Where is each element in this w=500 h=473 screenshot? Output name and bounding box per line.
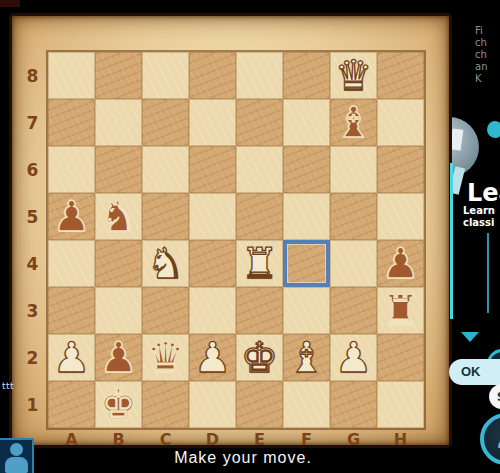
square-a4[interactable] (48, 240, 95, 287)
status-message: Make your move. (0, 449, 486, 467)
rank-label-7: 7 (19, 99, 46, 146)
file-label-A: A (48, 428, 95, 450)
square-g3[interactable] (330, 287, 377, 334)
square-g1[interactable] (330, 381, 377, 428)
chess-board: 87654321ABCDEFGH♛♝♟♞♞♜♟♜♟♟♛♟♚♝♟♚ (9, 13, 452, 448)
rank-label-6: 6 (19, 146, 46, 193)
file-label-D: D (189, 428, 236, 450)
square-e8[interactable] (236, 52, 283, 99)
file-label-B: B (95, 428, 142, 450)
square-b3[interactable] (95, 287, 142, 334)
square-a1[interactable] (48, 381, 95, 428)
file-label-C: C (142, 428, 189, 450)
info-line: ch (475, 37, 487, 49)
square-e5[interactable] (236, 193, 283, 240)
file-label-F: F (283, 428, 330, 450)
learn-subtext: Learn (463, 205, 495, 216)
square-d8[interactable] (189, 52, 236, 99)
square-g6[interactable] (330, 146, 377, 193)
square-h7[interactable] (377, 99, 424, 146)
white-king-e2[interactable]: ♚ (236, 334, 283, 381)
square-a7[interactable] (48, 99, 95, 146)
rank-label-1: 1 (19, 381, 46, 428)
square-d5[interactable] (189, 193, 236, 240)
white-knight-c4[interactable]: ♞ (142, 240, 189, 287)
white-pawn-a2[interactable]: ♟ (48, 334, 95, 381)
square-g5[interactable] (330, 193, 377, 240)
brown-rook-h3[interactable]: ♜ (377, 287, 424, 334)
rank-label-4: 4 (19, 240, 46, 287)
square-g4[interactable] (330, 240, 377, 287)
info-text-block: Fi ch ch an K (475, 25, 487, 85)
square-h2[interactable] (377, 334, 424, 381)
corner-label: ttt (2, 381, 14, 391)
learn-subtext: classi (463, 217, 494, 228)
square-c3[interactable] (142, 287, 189, 334)
square-b4[interactable] (95, 240, 142, 287)
brown-king-b1[interactable]: ♚ (95, 381, 142, 428)
square-h5[interactable] (377, 193, 424, 240)
brown-pawn-a5[interactable]: ♟ (48, 193, 95, 240)
square-f1[interactable] (283, 381, 330, 428)
cyan-divider-line (487, 233, 489, 313)
s-button[interactable]: S (489, 384, 500, 409)
square-c8[interactable] (142, 52, 189, 99)
square-c1[interactable] (142, 381, 189, 428)
info-line: ch (475, 49, 487, 61)
square-f5[interactable] (283, 193, 330, 240)
white-rook-e4[interactable]: ♜ (236, 240, 283, 287)
square-d7[interactable] (189, 99, 236, 146)
square-b6[interactable] (95, 146, 142, 193)
square-d1[interactable] (189, 381, 236, 428)
square-f6[interactable] (283, 146, 330, 193)
info-line: K (475, 73, 487, 85)
square-e1[interactable] (236, 381, 283, 428)
info-line: an (475, 61, 487, 73)
cyan-dot-icon (487, 121, 500, 138)
game-screen: Fi ch ch an K Lea Learn classi 87654321A… (0, 0, 500, 473)
square-c7[interactable] (142, 99, 189, 146)
ok-button[interactable]: OK (449, 359, 500, 385)
square-b7[interactable] (95, 99, 142, 146)
selected-square-highlight[interactable] (283, 240, 330, 287)
square-h8[interactable] (377, 52, 424, 99)
rank-label-5: 5 (19, 193, 46, 240)
square-e6[interactable] (236, 146, 283, 193)
rank-label-3: 3 (19, 287, 46, 334)
square-c6[interactable] (142, 146, 189, 193)
square-c5[interactable] (142, 193, 189, 240)
square-d4[interactable] (189, 240, 236, 287)
square-d6[interactable] (189, 146, 236, 193)
file-label-G: G (330, 428, 377, 450)
square-b8[interactable] (95, 52, 142, 99)
square-e7[interactable] (236, 99, 283, 146)
file-label-H: H (377, 428, 424, 450)
square-a8[interactable] (48, 52, 95, 99)
white-pawn-d2[interactable]: ♟ (189, 334, 236, 381)
white-bishop-f2[interactable]: ♝ (283, 334, 330, 381)
brown-knight-b5[interactable]: ♞ (95, 193, 142, 240)
cyan-divider-line (450, 163, 453, 319)
square-d3[interactable] (189, 287, 236, 334)
square-h1[interactable] (377, 381, 424, 428)
white-pawn-g2[interactable]: ♟ (330, 334, 377, 381)
file-label-E: E (236, 428, 283, 450)
pawn-icon: ♟ (494, 424, 500, 454)
scroll-down-arrow-icon[interactable] (461, 332, 479, 342)
square-a3[interactable] (48, 287, 95, 334)
white-queen-g8[interactable]: ♛ (330, 52, 377, 99)
square-f8[interactable] (283, 52, 330, 99)
square-h6[interactable] (377, 146, 424, 193)
rank-label-2: 2 (19, 334, 46, 381)
brown-bishop-g7[interactable]: ♝ (330, 99, 377, 146)
square-e3[interactable] (236, 287, 283, 334)
brown-pawn-h4[interactable]: ♟ (377, 240, 424, 287)
square-f7[interactable] (283, 99, 330, 146)
square-f3[interactable] (283, 287, 330, 334)
top-left-sliver (0, 0, 20, 7)
brown-queen-c2[interactable]: ♛ (142, 334, 189, 381)
learn-heading: Lea (467, 179, 500, 207)
square-a6[interactable] (48, 146, 95, 193)
info-line: Fi (475, 25, 487, 37)
rank-label-8: 8 (19, 52, 46, 99)
brown-pawn-b2[interactable]: ♟ (95, 334, 142, 381)
